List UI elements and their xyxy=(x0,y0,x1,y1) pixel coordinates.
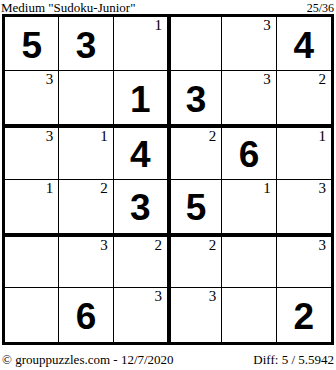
pencil-mark: 3 xyxy=(46,71,54,88)
cell-r4c4[interactable]: 5 xyxy=(168,180,222,234)
pencil-mark: 3 xyxy=(318,237,326,254)
cell-r6c3[interactable]: 3 xyxy=(114,288,168,342)
cell-r5c5[interactable] xyxy=(222,234,276,288)
cell-r4c5[interactable]: 1 xyxy=(222,180,276,234)
cell-r5c6[interactable]: 3 xyxy=(277,234,331,288)
pencil-mark: 3 xyxy=(46,128,54,145)
cell-r1c2[interactable]: 3 xyxy=(59,17,113,71)
cell-r5c1[interactable] xyxy=(5,234,59,288)
given-digit: 5 xyxy=(21,24,42,64)
cell-r2c3[interactable]: 1 xyxy=(114,71,168,125)
pencil-mark: 2 xyxy=(209,237,217,254)
cell-r6c4[interactable]: 3 xyxy=(168,288,222,342)
pencil-mark: 3 xyxy=(318,180,326,197)
pencil-mark: 1 xyxy=(318,128,326,145)
puzzle-title: Medium "Sudoku-Junior" xyxy=(1,1,135,14)
pencil-mark: 3 xyxy=(100,237,108,254)
pencil-mark: 3 xyxy=(263,71,271,88)
cell-r1c5[interactable]: 3 xyxy=(222,17,276,71)
cell-r3c1[interactable]: 3 xyxy=(5,125,59,179)
cell-r1c6[interactable]: 4 xyxy=(277,17,331,71)
pencil-mark: 2 xyxy=(318,71,326,88)
given-digit: 5 xyxy=(186,186,207,226)
pencil-mark: 1 xyxy=(100,128,108,145)
given-digit: 3 xyxy=(186,78,207,118)
cell-r4c1[interactable]: 1 xyxy=(5,180,59,234)
given-digit: 4 xyxy=(294,24,315,64)
cell-r5c4[interactable]: 2 xyxy=(168,234,222,288)
cell-r6c5[interactable] xyxy=(222,288,276,342)
puzzle-footer: © grouppuzzles.com - 12/7/2020 Diff: 5 /… xyxy=(0,345,336,367)
puzzle-header: Medium "Sudoku-Junior" 25/36 xyxy=(0,0,336,14)
cell-r1c4[interactable] xyxy=(168,17,222,71)
cell-r4c3[interactable]: 3 xyxy=(114,180,168,234)
cell-r1c3[interactable]: 1 xyxy=(114,17,168,71)
cell-r6c2[interactable]: 6 xyxy=(59,288,113,342)
pencil-mark: 1 xyxy=(263,180,271,197)
cell-r3c6[interactable]: 1 xyxy=(277,125,331,179)
pencil-mark: 3 xyxy=(263,17,271,34)
pencil-mark: 1 xyxy=(46,180,54,197)
given-digit: 3 xyxy=(76,24,97,64)
cell-r2c6[interactable]: 2 xyxy=(277,71,331,125)
cell-r3c2[interactable]: 1 xyxy=(59,125,113,179)
cell-r2c1[interactable]: 3 xyxy=(5,71,59,125)
cell-r5c2[interactable]: 3 xyxy=(59,234,113,288)
clue-counter: 25/36 xyxy=(307,2,335,14)
cell-r2c2[interactable] xyxy=(59,71,113,125)
cell-r1c1[interactable]: 5 xyxy=(5,17,59,71)
cell-r4c6[interactable]: 3 xyxy=(277,180,331,234)
cell-r2c5[interactable]: 3 xyxy=(222,71,276,125)
sudoku-grid: 531343133231426112351332236332 xyxy=(2,14,334,345)
given-digit: 4 xyxy=(130,133,151,173)
pencil-mark: 3 xyxy=(154,288,162,305)
cell-r3c5[interactable]: 6 xyxy=(222,125,276,179)
pencil-mark: 2 xyxy=(209,128,217,145)
given-digit: 3 xyxy=(130,186,151,226)
pencil-mark: 2 xyxy=(100,180,108,197)
cell-r3c3[interactable]: 4 xyxy=(114,125,168,179)
cell-r3c4[interactable]: 2 xyxy=(168,125,222,179)
pencil-mark: 3 xyxy=(209,288,217,305)
given-digit: 6 xyxy=(239,133,260,173)
pencil-mark: 1 xyxy=(154,17,162,34)
puzzle-page: Medium "Sudoku-Junior" 25/36 53134313323… xyxy=(0,0,336,370)
cell-r5c3[interactable]: 2 xyxy=(114,234,168,288)
cell-r4c2[interactable]: 2 xyxy=(59,180,113,234)
cell-r6c1[interactable] xyxy=(5,288,59,342)
given-digit: 1 xyxy=(130,78,151,118)
cell-r2c4[interactable]: 3 xyxy=(168,71,222,125)
pencil-mark: 2 xyxy=(154,237,162,254)
cell-r6c6[interactable]: 2 xyxy=(277,288,331,342)
given-digit: 6 xyxy=(76,295,97,335)
difficulty-text: Diff: 5 / 5.5942 xyxy=(253,353,334,367)
given-digit: 2 xyxy=(294,295,315,335)
copyright-text: © grouppuzzles.com - 12/7/2020 xyxy=(2,353,174,367)
